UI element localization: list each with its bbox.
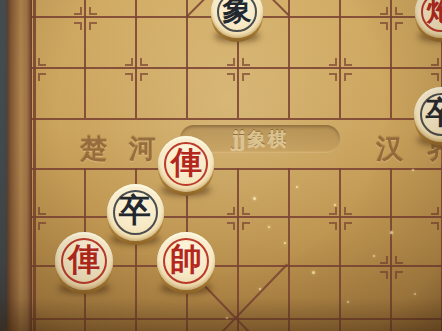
grid-line-vertical xyxy=(339,0,341,118)
point-marker xyxy=(431,73,439,81)
sparkle-particle xyxy=(226,317,228,319)
point-marker xyxy=(74,7,82,15)
piece-glyph: 象 xyxy=(211,0,263,36)
piece-glyph: 卒 xyxy=(107,184,164,239)
point-marker xyxy=(227,58,235,66)
piece-glyph: 帥 xyxy=(157,232,215,288)
piece-red-chariot-b3[interactable]: 俥 xyxy=(55,232,113,290)
point-marker xyxy=(395,7,403,15)
point-marker xyxy=(380,256,388,264)
point-marker xyxy=(74,22,82,30)
piece-red-chariot-d5[interactable]: 俥 xyxy=(158,136,214,192)
sparkle-particle xyxy=(334,204,336,206)
grid-line-horizontal xyxy=(32,118,442,120)
grid-line-vertical xyxy=(390,0,392,118)
point-marker xyxy=(89,7,97,15)
point-marker xyxy=(329,207,337,215)
point-marker xyxy=(431,207,439,215)
point-marker xyxy=(242,207,250,215)
point-marker xyxy=(38,207,46,215)
sparkle-particle xyxy=(259,288,261,290)
grid-line-vertical xyxy=(339,168,341,331)
point-marker xyxy=(38,58,46,66)
app-logo-name: 象棋 xyxy=(248,127,288,151)
sparkle-particle xyxy=(414,293,416,295)
point-marker xyxy=(431,222,439,230)
sparkle-particle xyxy=(284,242,286,244)
point-marker xyxy=(329,58,337,66)
point-marker xyxy=(140,73,148,81)
point-marker xyxy=(227,222,235,230)
point-marker xyxy=(395,22,403,30)
xiangqi-scene: 楚 河 汉 界 jj 象棋 象炮卒俥卒俥帥 xyxy=(0,0,442,331)
board-surface[interactable]: 楚 河 汉 界 jj 象棋 象炮卒俥卒俥帥 xyxy=(32,0,442,331)
river-label-left: 楚 河 xyxy=(80,131,156,167)
point-marker xyxy=(380,271,388,279)
point-marker xyxy=(329,222,337,230)
point-marker xyxy=(227,73,235,81)
piece-red-cannon-i8[interactable]: 炮 xyxy=(415,0,442,38)
point-marker xyxy=(38,73,46,81)
point-marker xyxy=(344,58,352,66)
grid-line-vertical xyxy=(84,0,86,118)
point-marker xyxy=(38,222,46,230)
point-marker xyxy=(395,256,403,264)
piece-red-general-d3[interactable]: 帥 xyxy=(157,232,215,290)
grid-line-vertical xyxy=(33,0,36,331)
grid-line-vertical xyxy=(135,0,137,118)
point-marker xyxy=(242,222,250,230)
grid-line-vertical xyxy=(390,168,392,331)
point-marker xyxy=(89,22,97,30)
grid-line-vertical xyxy=(237,168,239,331)
sparkle-particle xyxy=(268,226,270,228)
piece-black-elephant-e8[interactable]: 象 xyxy=(211,0,263,38)
point-marker xyxy=(125,58,133,66)
point-marker xyxy=(431,58,439,66)
sparkle-particle xyxy=(390,231,393,234)
piece-glyph: 炮 xyxy=(415,0,442,36)
board-frame xyxy=(7,0,32,331)
app-logo-brand: jj xyxy=(232,127,244,151)
sparkle-particle xyxy=(312,271,315,274)
sparkle-particle xyxy=(412,169,414,171)
point-marker xyxy=(380,22,388,30)
piece-black-soldier-i6[interactable]: 卒 xyxy=(414,87,442,142)
point-marker xyxy=(344,73,352,81)
grid-line-vertical xyxy=(288,168,290,331)
point-marker xyxy=(344,222,352,230)
table-background xyxy=(0,0,7,331)
point-marker xyxy=(227,207,235,215)
piece-black-soldier-c4[interactable]: 卒 xyxy=(107,184,164,241)
point-marker xyxy=(344,207,352,215)
point-marker xyxy=(329,73,337,81)
point-marker xyxy=(125,73,133,81)
point-marker xyxy=(242,73,250,81)
point-marker xyxy=(140,58,148,66)
grid-line-vertical xyxy=(288,0,290,118)
piece-glyph: 卒 xyxy=(414,87,442,140)
point-marker xyxy=(380,7,388,15)
point-marker xyxy=(242,58,250,66)
sparkle-particle xyxy=(347,301,349,303)
sparkle-particle xyxy=(296,186,298,188)
piece-glyph: 俥 xyxy=(158,136,214,190)
sparkle-particle xyxy=(373,255,375,257)
point-marker xyxy=(395,271,403,279)
sparkle-particle xyxy=(253,197,256,200)
piece-glyph: 俥 xyxy=(55,232,113,288)
